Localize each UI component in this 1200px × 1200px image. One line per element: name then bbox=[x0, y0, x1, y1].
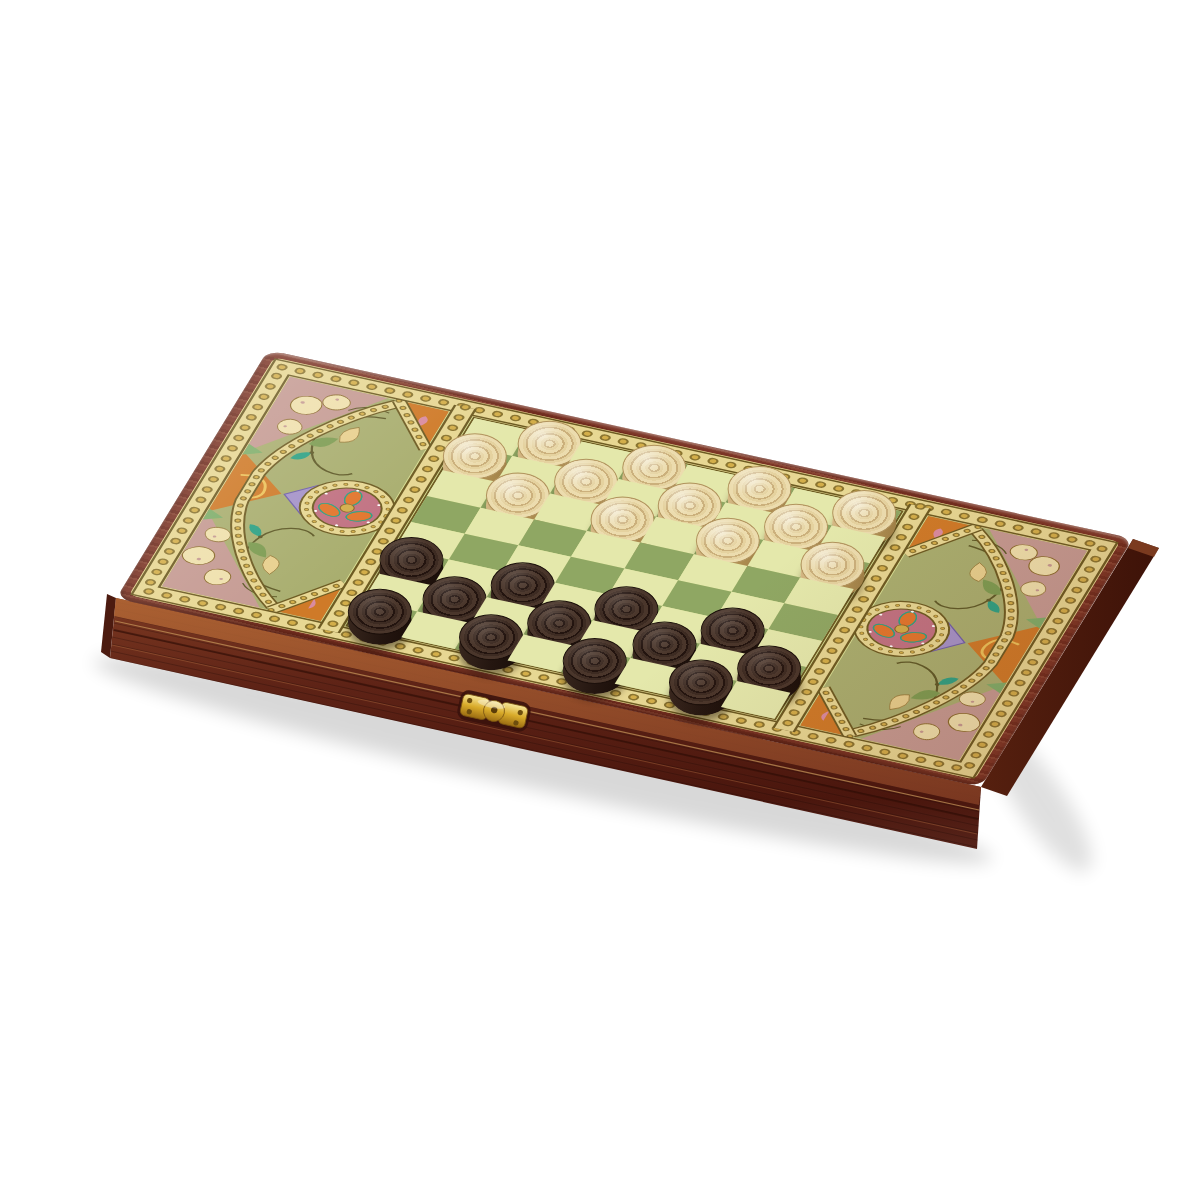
product-photo-scene bbox=[0, 0, 1200, 1200]
piece-top bbox=[669, 659, 733, 705]
piece-top bbox=[348, 589, 412, 635]
checker-piece-dark[interactable] bbox=[563, 638, 627, 694]
